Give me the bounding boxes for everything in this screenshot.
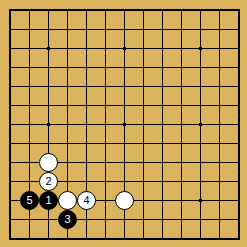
white-stone-d3 [58, 191, 77, 210]
white-stone-c4: 2 [39, 172, 58, 191]
black-stone-b3: 5 [20, 191, 39, 210]
star-point [199, 47, 202, 50]
star-point [199, 199, 202, 202]
white-stone-g3 [115, 191, 134, 210]
star-point [123, 123, 126, 126]
star-point [123, 47, 126, 50]
star-point [47, 47, 50, 50]
black-stone-d2: 3 [58, 210, 77, 229]
black-stone-c3: 1 [39, 191, 58, 210]
star-point [47, 123, 50, 126]
star-point [199, 123, 202, 126]
white-stone-e3: 4 [77, 191, 96, 210]
go-diagram: 25143 [0, 0, 247, 247]
white-stone-c5 [39, 153, 58, 172]
